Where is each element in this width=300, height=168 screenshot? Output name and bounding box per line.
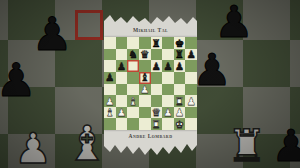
piece-black-rook[interactable]: ♜	[152, 38, 161, 49]
square-g5[interactable]	[174, 72, 186, 84]
square-e1[interactable]: ♜	[151, 118, 163, 130]
square-h5[interactable]	[185, 72, 197, 84]
square-b8[interactable]	[116, 37, 128, 49]
player-name-bottom: Andre Lombard	[114, 133, 187, 139]
square-d8[interactable]	[139, 37, 151, 49]
square-h7[interactable]: ♟	[185, 49, 197, 61]
game-panel: Mikhail Tal ♜♚♞♛♜♟♟♟♟♟♟♝♟♟♝♜♟♝♟♛♟♟♜♚ And…	[104, 12, 197, 158]
square-f7[interactable]	[162, 49, 174, 61]
square-g4[interactable]	[174, 84, 186, 96]
square-b6[interactable]: ♟	[116, 60, 128, 72]
piece-black-pawn[interactable]: ♟	[175, 61, 184, 72]
player-name-top: Mikhail Tal	[114, 27, 187, 33]
square-e2[interactable]: ♛	[151, 107, 163, 119]
piece-white-pawn[interactable]: ♟	[163, 107, 172, 118]
piece-black-pawn[interactable]: ♟	[186, 49, 195, 60]
piece-black-king[interactable]: ♚	[175, 38, 184, 49]
piece-white-rook[interactable]: ♜	[152, 119, 161, 130]
square-g3[interactable]: ♜	[174, 95, 186, 107]
square-d6[interactable]	[139, 60, 151, 72]
square-b5[interactable]	[116, 72, 128, 84]
square-h6[interactable]	[185, 60, 197, 72]
square-f6[interactable]: ♟	[162, 60, 174, 72]
square-g1[interactable]: ♚	[174, 118, 186, 130]
square-h1[interactable]	[185, 118, 197, 130]
square-d5[interactable]: ♝	[139, 72, 151, 84]
square-e5[interactable]	[151, 72, 163, 84]
square-d3[interactable]	[139, 95, 151, 107]
chess-board[interactable]: ♜♚♞♛♜♟♟♟♟♟♟♝♟♟♝♜♟♝♟♛♟♟♜♚	[104, 37, 197, 130]
piece-black-rook[interactable]: ♜	[175, 49, 184, 60]
piece-black-bishop[interactable]: ♝	[140, 72, 149, 83]
square-f5[interactable]	[162, 72, 174, 84]
square-b3[interactable]	[116, 95, 128, 107]
square-h2[interactable]	[185, 107, 197, 119]
square-a5[interactable]: ♟	[104, 72, 116, 84]
square-e7[interactable]	[151, 49, 163, 61]
square-f2[interactable]: ♟	[162, 107, 174, 119]
square-d7[interactable]: ♛	[139, 49, 151, 61]
square-c5[interactable]	[127, 72, 139, 84]
square-f1[interactable]	[162, 118, 174, 130]
square-d2[interactable]	[139, 107, 151, 119]
square-g8[interactable]: ♚	[174, 37, 186, 49]
piece-white-bishop[interactable]: ♝	[105, 107, 114, 118]
square-f3[interactable]	[162, 95, 174, 107]
square-h3[interactable]: ♟	[185, 95, 197, 107]
piece-white-pawn[interactable]: ♟	[117, 107, 126, 118]
square-a6[interactable]	[104, 60, 116, 72]
square-c4[interactable]	[127, 84, 139, 96]
square-a1[interactable]	[104, 118, 116, 130]
square-c1[interactable]	[127, 118, 139, 130]
square-f8[interactable]	[162, 37, 174, 49]
square-a2[interactable]: ♝	[104, 107, 116, 119]
piece-black-pawn[interactable]: ♟	[117, 61, 126, 72]
piece-black-knight[interactable]: ♞	[128, 49, 137, 60]
piece-white-queen[interactable]: ♛	[152, 107, 161, 118]
square-e3[interactable]	[151, 95, 163, 107]
square-g2[interactable]: ♟	[174, 107, 186, 119]
square-b4[interactable]	[116, 84, 128, 96]
square-b2[interactable]: ♟	[116, 107, 128, 119]
piece-black-pawn[interactable]: ♟	[152, 61, 161, 72]
square-a7[interactable]	[104, 49, 116, 61]
square-e4[interactable]	[151, 84, 163, 96]
square-b7[interactable]	[116, 49, 128, 61]
piece-white-pawn[interactable]: ♟	[175, 107, 184, 118]
piece-black-pawn[interactable]: ♟	[163, 61, 172, 72]
piece-black-queen[interactable]: ♛	[140, 49, 149, 60]
square-h8[interactable]	[185, 37, 197, 49]
square-b1[interactable]	[116, 118, 128, 130]
square-a3[interactable]: ♟	[104, 95, 116, 107]
square-e8[interactable]: ♜	[151, 37, 163, 49]
square-e6[interactable]: ♟	[151, 60, 163, 72]
piece-white-pawn[interactable]: ♟	[186, 96, 195, 107]
square-g6[interactable]: ♟	[174, 60, 186, 72]
screenshot-root: ♟♟♟♝♟♟♜♟ Mikhail Tal ♜♚♞♛♜♟♟♟♟♟♟♝♟♟♝♜♟♝♟…	[0, 0, 300, 168]
square-d1[interactable]	[139, 118, 151, 130]
square-h4[interactable]	[185, 84, 197, 96]
square-a8[interactable]	[104, 37, 116, 49]
square-c8[interactable]	[127, 37, 139, 49]
piece-white-king[interactable]: ♚	[175, 119, 184, 130]
piece-white-pawn[interactable]: ♟	[105, 96, 114, 107]
piece-white-pawn[interactable]: ♟	[140, 84, 149, 95]
square-d4[interactable]: ♟	[139, 84, 151, 96]
square-c2[interactable]	[127, 107, 139, 119]
square-c6[interactable]	[127, 60, 139, 72]
piece-white-bishop[interactable]: ♝	[128, 96, 137, 107]
square-a4[interactable]	[104, 84, 116, 96]
square-c3[interactable]: ♝	[127, 95, 139, 107]
square-g7[interactable]: ♜	[174, 49, 186, 61]
piece-black-pawn[interactable]: ♟	[105, 72, 114, 83]
piece-white-rook[interactable]: ♜	[175, 96, 184, 107]
square-c7[interactable]: ♞	[127, 49, 139, 61]
square-f4[interactable]	[162, 84, 174, 96]
